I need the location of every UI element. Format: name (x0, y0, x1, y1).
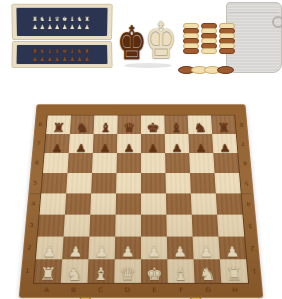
light-knight: ♞ (194, 259, 222, 283)
light-rook: ♜ (34, 259, 62, 283)
square-f4 (166, 193, 192, 214)
stored-light-pieces-row: ♟♟♟♟♟♟♟♟ (17, 23, 108, 30)
storage-box-lid: ♜♞♝♛♚♝♞♜ ♟♟♟♟♟♟♟♟ (11, 4, 112, 40)
square-a2: ♟ (36, 237, 64, 260)
square-e4 (141, 193, 166, 214)
storage-box-lid-interior: ♜♞♝♛♚♝♞♜ ♟♟♟♟♟♟♟♟ (16, 8, 107, 36)
dark-pawn: ♟ (117, 134, 141, 153)
stored-dark-pieces-row: ♜♞♝♛♚♝♞♜ (17, 47, 108, 54)
dark-king-piece: ♚ (117, 20, 147, 66)
dark-king: ♚ (141, 115, 165, 134)
light-pawn: ♟ (36, 237, 64, 260)
square-g1: ♞ (194, 259, 222, 283)
dark-queen: ♛ (117, 115, 141, 134)
rank-label: 1 (21, 259, 34, 283)
rank-label: 3 (25, 215, 37, 237)
file-label: D (114, 286, 141, 295)
square-c6 (92, 153, 117, 173)
square-h3 (217, 215, 244, 237)
square-h4 (216, 193, 243, 214)
dark-pawn: ♟ (141, 134, 165, 153)
rank-label: 5 (241, 173, 253, 193)
square-c5 (91, 173, 116, 193)
square-b5 (66, 173, 92, 193)
square-b2: ♟ (62, 237, 89, 260)
file-label: B (60, 286, 87, 295)
checker-stack (183, 24, 199, 54)
light-bishop: ♝ (87, 259, 114, 283)
rank-label: 7 (238, 134, 249, 153)
light-knight: ♞ (61, 259, 89, 283)
light-pawn: ♟ (141, 237, 167, 260)
square-d6 (116, 153, 141, 173)
rank-label: 5 (29, 173, 41, 193)
file-label: H (221, 286, 249, 295)
square-d7: ♟ (117, 134, 141, 153)
dark-pawn: ♟ (165, 134, 189, 153)
square-g8: ♞ (188, 115, 212, 134)
square-g7: ♟ (188, 134, 213, 153)
rank-label: 7 (33, 134, 44, 153)
file-label: A (33, 286, 61, 295)
square-a5 (41, 173, 67, 193)
dark-pawn: ♟ (188, 134, 213, 153)
square-e7: ♟ (141, 134, 165, 153)
checker-stacks (180, 12, 238, 54)
light-pawn: ♟ (167, 237, 194, 260)
square-c8: ♝ (94, 115, 118, 134)
square-b7: ♟ (69, 134, 94, 153)
dark-knight: ♞ (188, 115, 212, 134)
square-d4 (116, 193, 141, 214)
chess-board: ♜♞♝♛♚♝♞♜♟♟♟♟♟♟♟♟♟♟♟♟♟♟♟♟♜♞♝♛♚♝♞♜ ABCDEFG… (18, 104, 264, 299)
storage-box-base: ♜♞♝♛♚♝♞♜ ♟♟♟♟♟♟♟♟ (11, 41, 112, 68)
dark-pawn: ♟ (212, 134, 237, 153)
square-c7: ♟ (93, 134, 117, 153)
square-d8: ♛ (117, 115, 141, 134)
light-pawn: ♟ (88, 237, 115, 260)
file-label: G (195, 286, 222, 295)
rank-label: 2 (23, 237, 36, 260)
light-pawn: ♟ (115, 237, 141, 260)
checker-disc (183, 48, 199, 54)
square-c4 (90, 193, 116, 214)
checker-disc (201, 48, 217, 54)
file-label: E (141, 286, 168, 295)
rank-label: 2 (246, 237, 259, 260)
rank-label: 3 (244, 215, 256, 237)
dark-pawn: ♟ (93, 134, 117, 153)
square-c2: ♟ (88, 237, 115, 260)
file-label: C (87, 286, 114, 295)
square-g4 (191, 193, 217, 214)
rank-label: 6 (239, 153, 251, 173)
square-g3 (192, 215, 219, 237)
square-b6 (67, 153, 92, 173)
square-c3 (89, 215, 115, 237)
square-g2: ♟ (193, 237, 220, 260)
square-f6 (165, 153, 190, 173)
square-f5 (166, 173, 191, 193)
square-a3 (38, 215, 65, 237)
square-g5 (190, 173, 216, 193)
square-f8: ♝ (164, 115, 188, 134)
square-e6 (141, 153, 166, 173)
square-h1: ♜ (220, 259, 248, 283)
board-frame: ♜♞♝♛♚♝♞♜♟♟♟♟♟♟♟♟♟♟♟♟♟♟♟♟♜♞♝♛♚♝♞♜ ABCDEFG… (19, 104, 264, 297)
square-e2: ♟ (141, 237, 167, 260)
dark-rook: ♜ (46, 115, 71, 134)
square-f3 (166, 215, 192, 237)
square-d3 (115, 215, 141, 237)
square-b4 (65, 193, 91, 214)
loose-checker-discs (182, 66, 234, 74)
square-f2: ♟ (167, 237, 194, 260)
square-g6 (189, 153, 214, 173)
rank-label: 4 (27, 193, 39, 214)
storage-box: ♜♞♝♛♚♝♞♜ ♟♟♟♟♟♟♟♟ ♜♞♝♛♚♝♞♜ ♟♟♟♟♟♟♟♟ (12, 4, 112, 70)
dark-rook: ♜ (211, 115, 236, 134)
checker-stack (219, 24, 235, 54)
square-f1: ♝ (167, 259, 194, 283)
king-pieces-pair: ♚ ♚ (116, 6, 178, 66)
square-a4 (40, 193, 67, 214)
light-rook: ♜ (220, 259, 248, 283)
square-a8: ♜ (46, 115, 71, 134)
checker-discs (180, 12, 238, 74)
square-h8: ♜ (211, 115, 236, 134)
dark-pawn: ♟ (69, 134, 94, 153)
square-e8: ♚ (141, 115, 165, 134)
light-king-piece: ♚ (145, 16, 177, 66)
light-pawn: ♟ (62, 237, 89, 260)
square-h6 (213, 153, 239, 173)
square-d2: ♟ (115, 237, 141, 260)
square-a6 (43, 153, 69, 173)
bag-drawstring-loop (272, 16, 282, 28)
square-h7: ♟ (212, 134, 237, 153)
rank-label: 1 (248, 259, 261, 283)
square-f7: ♟ (165, 134, 189, 153)
dark-pawn: ♟ (45, 134, 70, 153)
rank-label: 8 (236, 115, 247, 134)
checker-disc (219, 48, 235, 54)
square-c1: ♝ (87, 259, 114, 283)
light-king: ♚ (141, 259, 168, 283)
checker-disc (217, 66, 234, 74)
board-grid: ♜♞♝♛♚♝♞♜♟♟♟♟♟♟♟♟♟♟♟♟♟♟♟♟♜♞♝♛♚♝♞♜ (34, 115, 248, 282)
dark-bishop: ♝ (164, 115, 188, 134)
square-a7: ♟ (45, 134, 70, 153)
stored-light-pieces-row: ♜♞♝♛♚♝♞♜ (17, 14, 108, 21)
light-queen: ♛ (114, 259, 141, 283)
square-h2: ♟ (218, 237, 246, 260)
rank-label: 6 (31, 153, 43, 173)
square-a1: ♜ (34, 259, 62, 283)
file-label: F (168, 286, 195, 295)
square-d5 (116, 173, 141, 193)
light-bishop: ♝ (167, 259, 194, 283)
light-pawn: ♟ (218, 237, 246, 260)
file-labels: ABCDEFGH (33, 286, 249, 295)
square-e5 (141, 173, 166, 193)
square-b1: ♞ (61, 259, 89, 283)
square-b3 (64, 215, 91, 237)
square-e1: ♚ (141, 259, 168, 283)
dark-bishop: ♝ (94, 115, 118, 134)
rank-label: 4 (243, 193, 255, 214)
square-b8: ♞ (70, 115, 94, 134)
dark-knight: ♞ (70, 115, 94, 134)
storage-box-base-interior: ♜♞♝♛♚♝♞♜ ♟♟♟♟♟♟♟♟ (17, 45, 108, 64)
stored-dark-pieces-row: ♟♟♟♟♟♟♟♟ (17, 55, 108, 62)
checker-stack (201, 24, 217, 54)
chess-set-product-photo: ♜♞♝♛♚♝♞♜ ♟♟♟♟♟♟♟♟ ♜♞♝♛♚♝♞♜ ♟♟♟♟♟♟♟♟ ♚ ♚ … (0, 0, 282, 299)
light-pawn: ♟ (193, 237, 220, 260)
square-h5 (215, 173, 241, 193)
rank-label: 8 (35, 115, 46, 134)
square-d1: ♛ (114, 259, 141, 283)
square-e3 (141, 215, 167, 237)
